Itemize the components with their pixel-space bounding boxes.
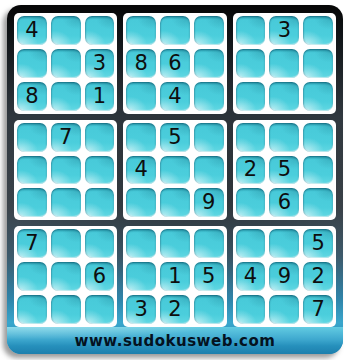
sudoku-cell-r4c3[interactable] <box>85 123 115 152</box>
sudoku-cell-r6c7[interactable] <box>236 188 266 217</box>
sudoku-cell-r4c5[interactable]: 5 <box>160 123 190 152</box>
sudoku-cell-r7c7[interactable] <box>236 229 266 258</box>
sudoku-cell-r3c1[interactable]: 8 <box>17 82 47 111</box>
sudoku-cell-r7c5[interactable] <box>160 229 190 258</box>
sudoku-cell-r1c3[interactable] <box>85 16 115 45</box>
sudoku-cell-r3c2[interactable] <box>51 82 81 111</box>
page: { "game": "sudoku", "position": "4000000… <box>0 0 350 360</box>
sudoku-cell-r2c6[interactable] <box>194 49 224 78</box>
sudoku-cell-r6c6[interactable]: 9 <box>194 188 224 217</box>
sudoku-box-9: 54927 <box>233 226 336 327</box>
sudoku-cell-r3c5[interactable]: 4 <box>160 82 190 111</box>
sudoku-cell-r1c7[interactable] <box>236 16 266 45</box>
sudoku-cell-r3c6[interactable] <box>194 82 224 111</box>
sudoku-cell-r5c6[interactable] <box>194 156 224 185</box>
sudoku-box-2: 864 <box>123 13 226 114</box>
sudoku-box-5: 549 <box>123 120 226 221</box>
sudoku-board: 43818643754925676153254927 <box>14 13 336 327</box>
sudoku-cell-r5c9[interactable] <box>303 156 333 185</box>
sudoku-cell-r7c6[interactable] <box>194 229 224 258</box>
sudoku-cell-r8c3[interactable]: 6 <box>85 262 115 291</box>
sudoku-cell-r1c6[interactable] <box>194 16 224 45</box>
footer-bar: www.sudokusweb.com <box>7 327 343 354</box>
sudoku-cell-r5c1[interactable] <box>17 156 47 185</box>
sudoku-cell-r7c4[interactable] <box>126 229 156 258</box>
sudoku-cell-r1c8[interactable]: 3 <box>269 16 299 45</box>
sudoku-cell-r6c2[interactable] <box>51 188 81 217</box>
sudoku-cell-r9c7[interactable] <box>236 295 266 324</box>
sudoku-cell-r4c2[interactable]: 7 <box>51 123 81 152</box>
sudoku-box-3: 3 <box>233 13 336 114</box>
sudoku-cell-r6c4[interactable] <box>126 188 156 217</box>
sudoku-cell-r8c2[interactable] <box>51 262 81 291</box>
sudoku-cell-r1c4[interactable] <box>126 16 156 45</box>
sudoku-cell-r9c2[interactable] <box>51 295 81 324</box>
sudoku-cell-r4c1[interactable] <box>17 123 47 152</box>
sudoku-cell-r1c5[interactable] <box>160 16 190 45</box>
sudoku-cell-r1c9[interactable] <box>303 16 333 45</box>
sudoku-cell-r7c2[interactable] <box>51 229 81 258</box>
sudoku-cell-r9c9[interactable]: 7 <box>303 295 333 324</box>
sudoku-box-4: 7 <box>14 120 117 221</box>
sudoku-cell-r2c4[interactable]: 8 <box>126 49 156 78</box>
sudoku-cell-r4c4[interactable] <box>126 123 156 152</box>
sudoku-cell-r8c4[interactable] <box>126 262 156 291</box>
sudoku-box-6: 256 <box>233 120 336 221</box>
sudoku-cell-r2c9[interactable] <box>303 49 333 78</box>
sudoku-cell-r6c5[interactable] <box>160 188 190 217</box>
sudoku-box-1: 4381 <box>14 13 117 114</box>
sudoku-cell-r9c5[interactable]: 2 <box>160 295 190 324</box>
site-link[interactable]: www.sudokusweb.com <box>75 332 276 350</box>
sudoku-cell-r5c8[interactable]: 5 <box>269 156 299 185</box>
sudoku-cell-r2c1[interactable] <box>17 49 47 78</box>
sudoku-cell-r6c9[interactable] <box>303 188 333 217</box>
sudoku-cell-r3c3[interactable]: 1 <box>85 82 115 111</box>
sudoku-cell-r9c1[interactable] <box>17 295 47 324</box>
sudoku-cell-r6c3[interactable] <box>85 188 115 217</box>
sudoku-box-7: 76 <box>14 226 117 327</box>
sudoku-box-8: 1532 <box>123 226 226 327</box>
sudoku-cell-r7c3[interactable] <box>85 229 115 258</box>
sudoku-cell-r3c4[interactable] <box>126 82 156 111</box>
sudoku-cell-r1c1[interactable]: 4 <box>17 16 47 45</box>
sudoku-cell-r7c9[interactable]: 5 <box>303 229 333 258</box>
sudoku-cell-r1c2[interactable] <box>51 16 81 45</box>
sudoku-cell-r8c1[interactable] <box>17 262 47 291</box>
sudoku-cell-r4c6[interactable] <box>194 123 224 152</box>
sudoku-cell-r8c5[interactable]: 1 <box>160 262 190 291</box>
sudoku-cell-r9c6[interactable] <box>194 295 224 324</box>
sudoku-cell-r9c8[interactable] <box>269 295 299 324</box>
sudoku-cell-r3c7[interactable] <box>236 82 266 111</box>
sudoku-cell-r7c1[interactable]: 7 <box>17 229 47 258</box>
sudoku-cell-r2c7[interactable] <box>236 49 266 78</box>
sudoku-cell-r2c2[interactable] <box>51 49 81 78</box>
sudoku-cell-r8c9[interactable]: 2 <box>303 262 333 291</box>
sudoku-cell-r2c5[interactable]: 6 <box>160 49 190 78</box>
sudoku-cell-r8c7[interactable]: 4 <box>236 262 266 291</box>
sudoku-cell-r6c8[interactable]: 6 <box>269 188 299 217</box>
sudoku-cell-r2c3[interactable]: 3 <box>85 49 115 78</box>
sudoku-cell-r5c5[interactable] <box>160 156 190 185</box>
sudoku-cell-r4c9[interactable] <box>303 123 333 152</box>
sudoku-cell-r5c7[interactable]: 2 <box>236 156 266 185</box>
sudoku-cell-r5c3[interactable] <box>85 156 115 185</box>
sudoku-cell-r9c3[interactable] <box>85 295 115 324</box>
sudoku-cell-r4c8[interactable] <box>269 123 299 152</box>
sudoku-cell-r5c2[interactable] <box>51 156 81 185</box>
sudoku-cell-r6c1[interactable] <box>17 188 47 217</box>
sudoku-cell-r7c8[interactable] <box>269 229 299 258</box>
sudoku-cell-r9c4[interactable]: 3 <box>126 295 156 324</box>
sudoku-cell-r3c9[interactable] <box>303 82 333 111</box>
sudoku-cell-r3c8[interactable] <box>269 82 299 111</box>
sudoku-board-frame: 43818643754925676153254927 www.sudokuswe… <box>7 5 343 354</box>
sudoku-cell-r4c7[interactable] <box>236 123 266 152</box>
sudoku-cell-r8c8[interactable]: 9 <box>269 262 299 291</box>
sudoku-cell-r8c6[interactable]: 5 <box>194 262 224 291</box>
sudoku-cell-r2c8[interactable] <box>269 49 299 78</box>
sudoku-cell-r5c4[interactable]: 4 <box>126 156 156 185</box>
